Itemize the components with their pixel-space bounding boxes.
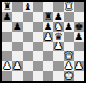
square-c1[interactable] [23,71,33,81]
square-a4[interactable] [2,42,12,52]
square-b5[interactable] [12,32,22,42]
square-a5[interactable] [2,32,12,42]
square-g6[interactable]: ♟ [64,22,74,32]
square-f4[interactable]: ♟ [53,42,63,52]
piece-black-pawn: ♟ [13,22,22,31]
square-c7[interactable] [23,12,33,22]
square-h7[interactable] [74,12,84,22]
piece-black-pawn: ♟ [44,22,53,31]
square-f3[interactable] [53,51,63,61]
square-h3[interactable] [74,51,84,61]
square-d2[interactable] [33,61,43,71]
square-d1[interactable] [33,71,43,81]
square-h6[interactable]: ♚ [74,22,84,32]
square-f1[interactable] [53,71,63,81]
square-g5[interactable] [64,32,74,42]
square-h4[interactable] [74,42,84,52]
square-g4[interactable] [64,42,74,52]
square-a1[interactable] [2,71,12,81]
square-f6[interactable]: ♞ [53,22,63,32]
square-h1[interactable] [74,71,84,81]
piece-white-pawn: ♟ [74,61,83,70]
square-e8[interactable] [43,2,53,12]
piece-black-pawn: ♟ [64,22,73,31]
piece-white-pawn: ♟ [54,42,63,51]
piece-black-rook: ♜ [3,2,12,11]
square-h8[interactable] [74,2,84,12]
square-g7[interactable] [64,12,74,22]
square-c8[interactable]: ♝ [23,2,33,12]
square-b1[interactable] [12,71,22,81]
square-g1[interactable]: ♚ [64,71,74,81]
piece-black-pawn: ♟ [54,12,63,21]
piece-white-queen: ♛ [64,51,73,60]
square-g8[interactable]: ♜ [64,2,74,12]
piece-white-pawn: ♟ [44,32,53,41]
square-g3[interactable]: ♛ [64,51,74,61]
square-e3[interactable] [43,51,53,61]
piece-white-pawn: ♟ [3,61,12,70]
square-c5[interactable] [23,32,33,42]
piece-black-bishop: ♝ [23,2,32,11]
piece-white-rook: ♜ [64,2,73,11]
square-b2[interactable]: ♟ [12,61,22,71]
square-e2[interactable] [43,61,53,71]
square-c2[interactable] [23,61,33,71]
square-a6[interactable] [2,22,12,32]
square-e6[interactable]: ♟ [43,22,53,32]
square-h2[interactable]: ♟ [74,61,84,71]
square-d6[interactable] [33,22,43,32]
piece-black-queen: ♛ [54,32,63,41]
piece-black-king: ♚ [74,22,83,31]
square-h5[interactable]: ♟ [74,32,84,42]
square-d4[interactable] [33,42,43,52]
chess-board-frame: ♜♝♜♟♜♟♟♟♞♟♚♟♛♟♟♛♟♟♟♟♚ [0,0,86,83]
square-f2[interactable] [53,61,63,71]
square-f5[interactable]: ♛ [53,32,63,42]
square-c4[interactable] [23,42,33,52]
square-b3[interactable] [12,51,22,61]
piece-black-pawn: ♟ [74,32,83,41]
chess-board: ♜♝♜♟♜♟♟♟♞♟♚♟♛♟♟♛♟♟♟♟♚ [2,2,84,81]
piece-black-rook: ♜ [44,12,53,21]
square-a7[interactable]: ♟ [2,12,12,22]
piece-white-pawn: ♟ [64,61,73,70]
square-b7[interactable] [12,12,22,22]
square-c3[interactable] [23,51,33,61]
piece-white-knight: ♞ [54,22,63,31]
square-b8[interactable] [12,2,22,12]
square-a3[interactable] [2,51,12,61]
square-e4[interactable] [43,42,53,52]
square-b6[interactable]: ♟ [12,22,22,32]
square-e5[interactable]: ♟ [43,32,53,42]
square-f8[interactable] [53,2,63,12]
square-f7[interactable]: ♟ [53,12,63,22]
square-d7[interactable] [33,12,43,22]
piece-white-king: ♚ [64,71,73,80]
square-d3[interactable] [33,51,43,61]
square-e1[interactable] [43,71,53,81]
square-d5[interactable] [33,32,43,42]
piece-black-pawn: ♟ [3,12,12,21]
square-c6[interactable] [23,22,33,32]
piece-white-pawn: ♟ [13,61,22,70]
square-e7[interactable]: ♜ [43,12,53,22]
square-d8[interactable] [33,2,43,12]
square-b4[interactable] [12,42,22,52]
square-a8[interactable]: ♜ [2,2,12,12]
square-g2[interactable]: ♟ [64,61,74,71]
square-a2[interactable]: ♟ [2,61,12,71]
